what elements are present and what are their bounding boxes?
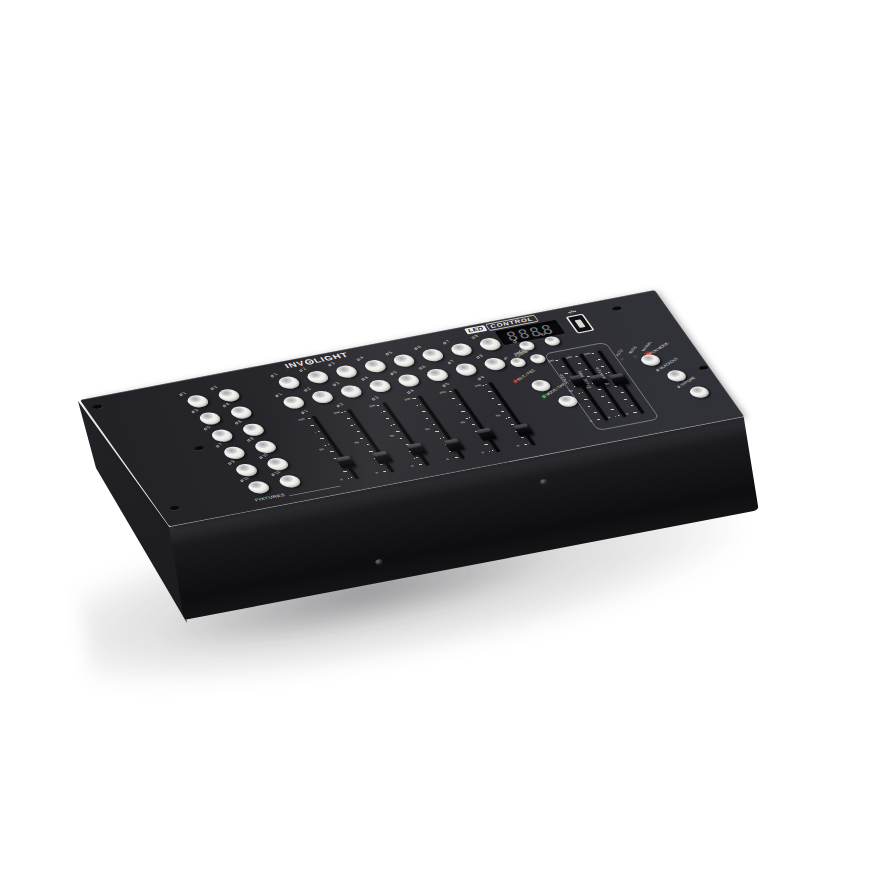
strobe-button[interactable] <box>687 385 712 399</box>
fader-cap[interactable] <box>608 373 630 387</box>
scale-50: 50 <box>319 448 325 451</box>
fader-number-label: 6 <box>476 375 485 381</box>
scale-50: 50 <box>495 414 501 417</box>
panel-key: 9 <box>230 458 261 477</box>
key-number-label: 7 <box>442 339 451 345</box>
scale-100: 100 <box>547 359 555 363</box>
panel-button[interactable] <box>245 480 272 495</box>
fader-number-label: 1 <box>300 409 309 415</box>
fader-number-label: 5 <box>441 382 450 388</box>
fader-number-label: 4 <box>406 389 415 395</box>
key-number-label: 7 <box>446 359 455 365</box>
key-number-label: 2 <box>209 385 218 391</box>
scale-100: 100 <box>403 397 411 401</box>
scale-50: 50 <box>389 434 395 437</box>
screw-icon <box>375 558 383 565</box>
mode-led-icon <box>619 358 625 361</box>
edit-led-icon <box>513 380 517 383</box>
panel-key: 7 <box>218 441 249 460</box>
scale-100: 100 <box>368 404 376 408</box>
scale-100: 100 <box>333 411 341 415</box>
panel-key: 1 <box>273 371 304 390</box>
product-photo-dmx-controller: INV LIGHT LED CONTROL 1 2 3 4 <box>0 0 880 880</box>
fader-cap[interactable] <box>443 438 465 452</box>
scale-0: 0 <box>516 444 520 447</box>
key-number-label: 5 <box>384 350 393 356</box>
panel-key: 3 <box>330 360 361 379</box>
mounting-hole <box>194 445 206 450</box>
key-number-label: 6 <box>413 345 422 351</box>
fader-cap[interactable] <box>335 455 357 469</box>
key-number-label: 4 <box>360 376 369 382</box>
panel-key: 4 <box>225 401 256 420</box>
scale-0: 0 <box>589 419 593 422</box>
key-number-label: 3 <box>327 361 336 367</box>
scale-50: 50 <box>568 389 574 392</box>
panel-key: 11 <box>242 475 273 494</box>
tap-led-icon <box>542 395 546 398</box>
fader-number-label: 3 <box>370 396 379 402</box>
scale-50: 50 <box>424 428 430 431</box>
scale-100: 100 <box>439 391 447 395</box>
fader-cap[interactable] <box>512 423 534 437</box>
mode-led: MUSIC <box>625 344 639 358</box>
scale-50: 50 <box>460 421 466 424</box>
panel-key: 5 <box>388 349 419 368</box>
strobe-icon <box>676 385 681 388</box>
panel-key: 12 <box>274 470 305 489</box>
fader-scale-ticks <box>306 418 353 480</box>
key-number-label: 4 <box>221 402 230 408</box>
scale-0: 0 <box>446 458 450 461</box>
logo-led-badge: LED <box>464 325 488 334</box>
mounting-hole <box>698 365 710 370</box>
small-round-button[interactable] <box>542 335 562 346</box>
panel-key: 7 <box>445 338 476 357</box>
key-number-label: 7 <box>214 443 223 449</box>
mounting-hole <box>92 404 104 409</box>
scale-0: 0 <box>410 465 414 468</box>
panel-key: 1 <box>181 389 212 408</box>
key-number-label: 5 <box>202 425 211 431</box>
key-number-label: 6 <box>233 420 242 426</box>
key-number-label: 8 <box>475 354 484 360</box>
panel-key: 4 <box>359 354 390 373</box>
panel-key: 6 <box>416 343 447 362</box>
strobe-control: STROBE <box>687 385 713 401</box>
key-number-label: 2 <box>303 387 312 393</box>
key-number-label: 8 <box>246 437 255 443</box>
scale-0: 0 <box>481 451 485 454</box>
panel-button[interactable] <box>276 474 303 489</box>
screw-icon <box>540 478 548 485</box>
usb-port[interactable] <box>566 314 595 334</box>
panel-button[interactable] <box>276 375 303 390</box>
key-number-label: 3 <box>190 408 199 414</box>
fader-cap[interactable] <box>406 442 428 456</box>
blackout-icon <box>655 369 660 372</box>
scale-100: 100 <box>297 418 305 422</box>
key-number-label: 1 <box>269 372 278 378</box>
scale-0: 0 <box>607 416 611 419</box>
scale-100: 100 <box>474 384 482 388</box>
fader-cap[interactable] <box>475 427 497 441</box>
mounting-hole <box>611 306 623 311</box>
panel-button[interactable] <box>419 348 446 363</box>
mode-led-label: MUSIC <box>627 345 638 354</box>
key-number-label: 6 <box>417 365 426 371</box>
usb-tongue <box>575 319 586 328</box>
fader-cap[interactable] <box>372 451 394 465</box>
run-mode-button[interactable] <box>638 353 663 367</box>
key-number-label: 3 <box>331 381 340 387</box>
panel-button[interactable] <box>362 359 389 374</box>
scale-0: 0 <box>625 413 629 416</box>
panel-button[interactable] <box>333 364 360 379</box>
panel-button[interactable] <box>391 353 418 368</box>
mode-led-label: AUTO <box>614 349 624 357</box>
panel-key: 6 <box>237 418 268 437</box>
panel-key: 8 <box>479 352 510 371</box>
panel-key: 2 <box>301 365 332 384</box>
key-number-label: 5 <box>389 370 398 376</box>
panel-button[interactable] <box>448 342 475 357</box>
key-number-label: 9 <box>227 460 236 466</box>
small-round-button[interactable] <box>508 357 528 368</box>
key-number-label: 4 <box>355 356 364 362</box>
mounting-hole <box>169 505 181 510</box>
panel-key: 2 <box>213 384 244 403</box>
scale-0: 0 <box>340 478 344 481</box>
fader-number-label: 2 <box>335 402 344 408</box>
scale-0: 0 <box>375 471 379 474</box>
key-number-label: 1 <box>274 392 283 398</box>
panel-key: 3 <box>194 407 225 426</box>
scale-50: 50 <box>354 441 360 444</box>
key-number-label: 8 <box>470 334 479 340</box>
panel-button[interactable] <box>304 370 331 385</box>
key-number-label: 1 <box>178 391 187 397</box>
panel-key: 5 <box>206 424 237 443</box>
key-number-label: 2 <box>298 367 307 373</box>
